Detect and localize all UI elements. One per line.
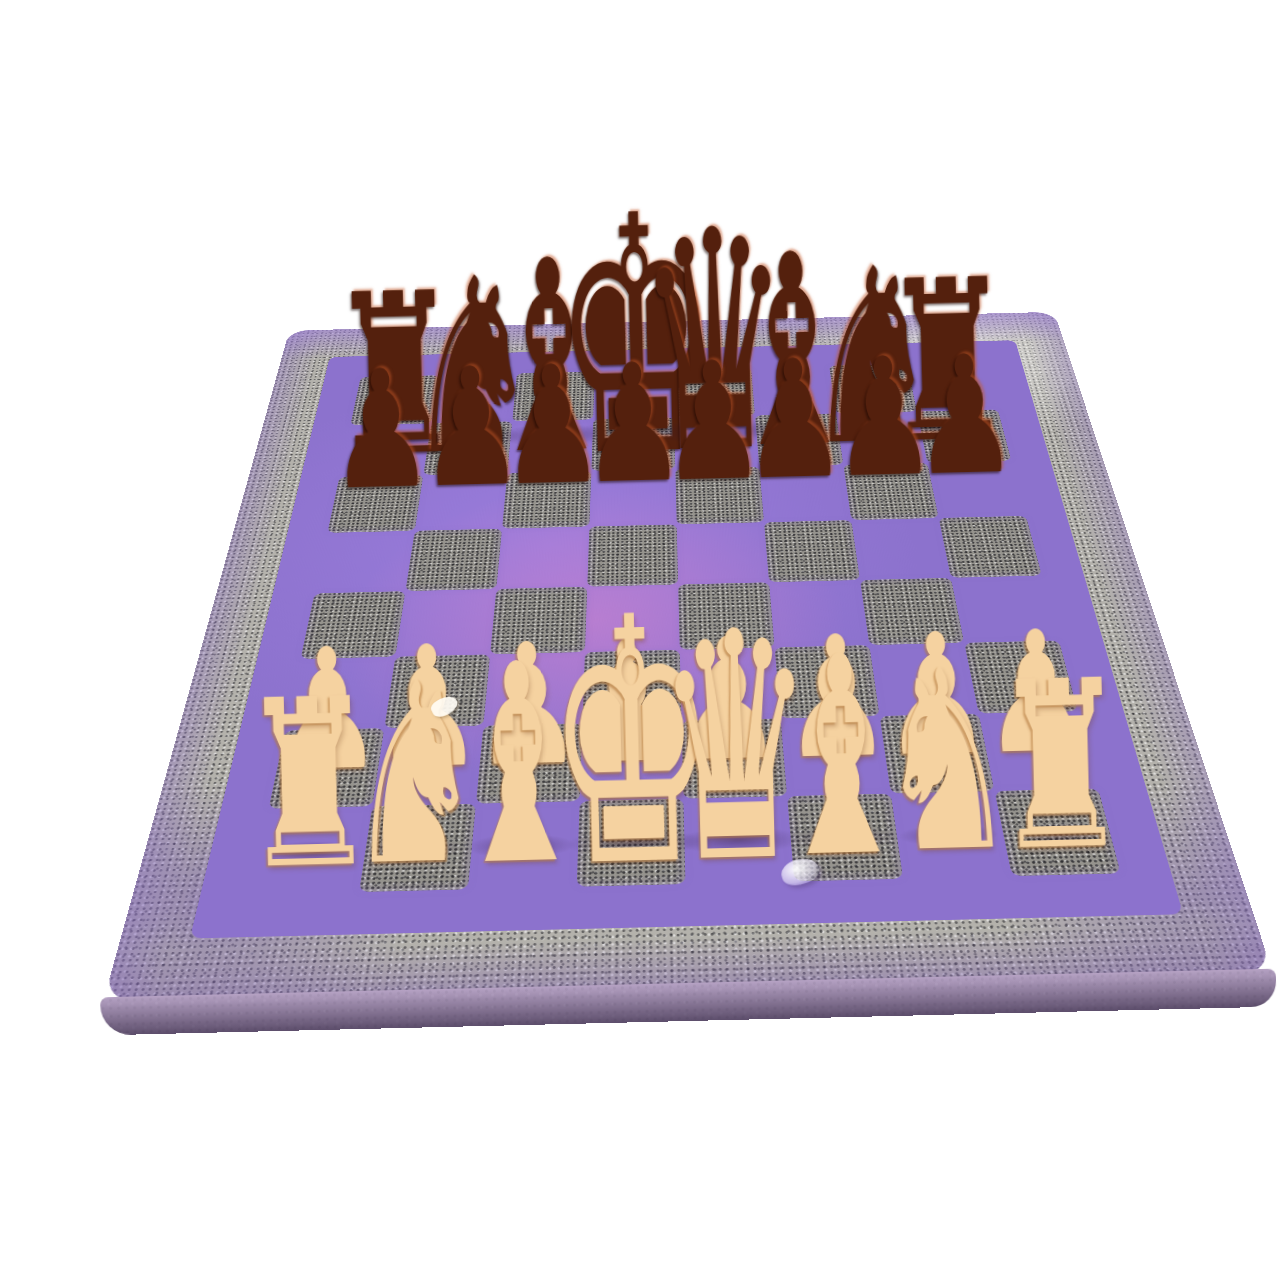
square-g3[interactable]: [869, 643, 978, 716]
square-g7[interactable]: [836, 411, 927, 464]
square-b1[interactable]: [359, 804, 476, 892]
square-a2[interactable]: [269, 728, 385, 809]
chess-board-slab: [103, 312, 1273, 1001]
square-g5[interactable]: [851, 518, 951, 580]
square-f4[interactable]: [769, 580, 869, 647]
square-c2[interactable]: [476, 723, 582, 803]
square-b7[interactable]: [423, 421, 512, 475]
square-d6[interactable]: [589, 469, 676, 527]
square-c8[interactable]: [512, 371, 595, 421]
square-e1[interactable]: [683, 796, 794, 884]
camera-tilt-wrapper: ♜♞♝♚♛♝♞♜♟♟♟♟♟♟♟♟♟♟♟♟♟♟♟♟♜♞♝♚♛♝♞♜: [40, 16, 1280, 1280]
square-g2[interactable]: [880, 714, 995, 794]
square-f2[interactable]: [781, 716, 891, 796]
square-c7[interactable]: [507, 419, 593, 473]
square-g1[interactable]: [891, 791, 1012, 879]
square-e8[interactable]: [673, 368, 755, 418]
square-g6[interactable]: [843, 463, 938, 520]
square-e4[interactable]: [678, 582, 774, 649]
square-f5[interactable]: [764, 520, 860, 582]
square-h4[interactable]: [951, 576, 1059, 643]
square-a5[interactable]: [314, 531, 414, 594]
square-e7[interactable]: [674, 415, 759, 468]
square-a1[interactable]: [250, 806, 372, 894]
square-a3[interactable]: [285, 657, 395, 731]
square-d7[interactable]: [591, 417, 675, 471]
square-h2[interactable]: [979, 711, 1099, 791]
board-purple-frame: [190, 340, 1183, 938]
square-f6[interactable]: [759, 465, 851, 523]
square-c4[interactable]: [490, 587, 587, 655]
square-d3[interactable]: [582, 650, 681, 724]
square-g4[interactable]: [860, 578, 964, 645]
square-c6[interactable]: [502, 471, 591, 529]
square-b3[interactable]: [384, 654, 490, 728]
square-h6[interactable]: [927, 461, 1026, 518]
square-b4[interactable]: [395, 589, 496, 657]
chess-photo: Angled photo of a handmade square stone …: [40, 16, 1280, 1280]
square-a8[interactable]: [350, 375, 438, 425]
square-e5[interactable]: [677, 522, 769, 584]
square-d2[interactable]: [580, 721, 684, 801]
square-e6[interactable]: [675, 467, 764, 525]
square-d5[interactable]: [587, 524, 678, 586]
square-g8[interactable]: [829, 364, 917, 414]
square-e3[interactable]: [680, 647, 781, 720]
square-a7[interactable]: [339, 423, 431, 477]
square-a6[interactable]: [327, 475, 423, 533]
square-c3[interactable]: [483, 652, 585, 726]
square-b5[interactable]: [405, 529, 502, 592]
square-h1[interactable]: [995, 788, 1121, 876]
square-b2[interactable]: [372, 726, 483, 807]
square-h3[interactable]: [964, 640, 1078, 713]
chess-grid: [250, 362, 1121, 895]
square-d8[interactable]: [593, 370, 674, 420]
square-h8[interactable]: [907, 362, 998, 412]
square-f3[interactable]: [775, 645, 880, 718]
square-f8[interactable]: [751, 366, 836, 416]
square-d1[interactable]: [577, 799, 686, 887]
square-c5[interactable]: [496, 527, 589, 589]
square-h5[interactable]: [939, 516, 1042, 578]
square-b6[interactable]: [415, 473, 508, 531]
square-e2[interactable]: [681, 718, 787, 798]
square-a4[interactable]: [300, 591, 405, 659]
square-f7[interactable]: [755, 413, 843, 466]
square-d4[interactable]: [585, 584, 680, 652]
square-b8[interactable]: [431, 373, 516, 423]
square-h7[interactable]: [917, 409, 1011, 462]
square-c1[interactable]: [468, 801, 580, 889]
